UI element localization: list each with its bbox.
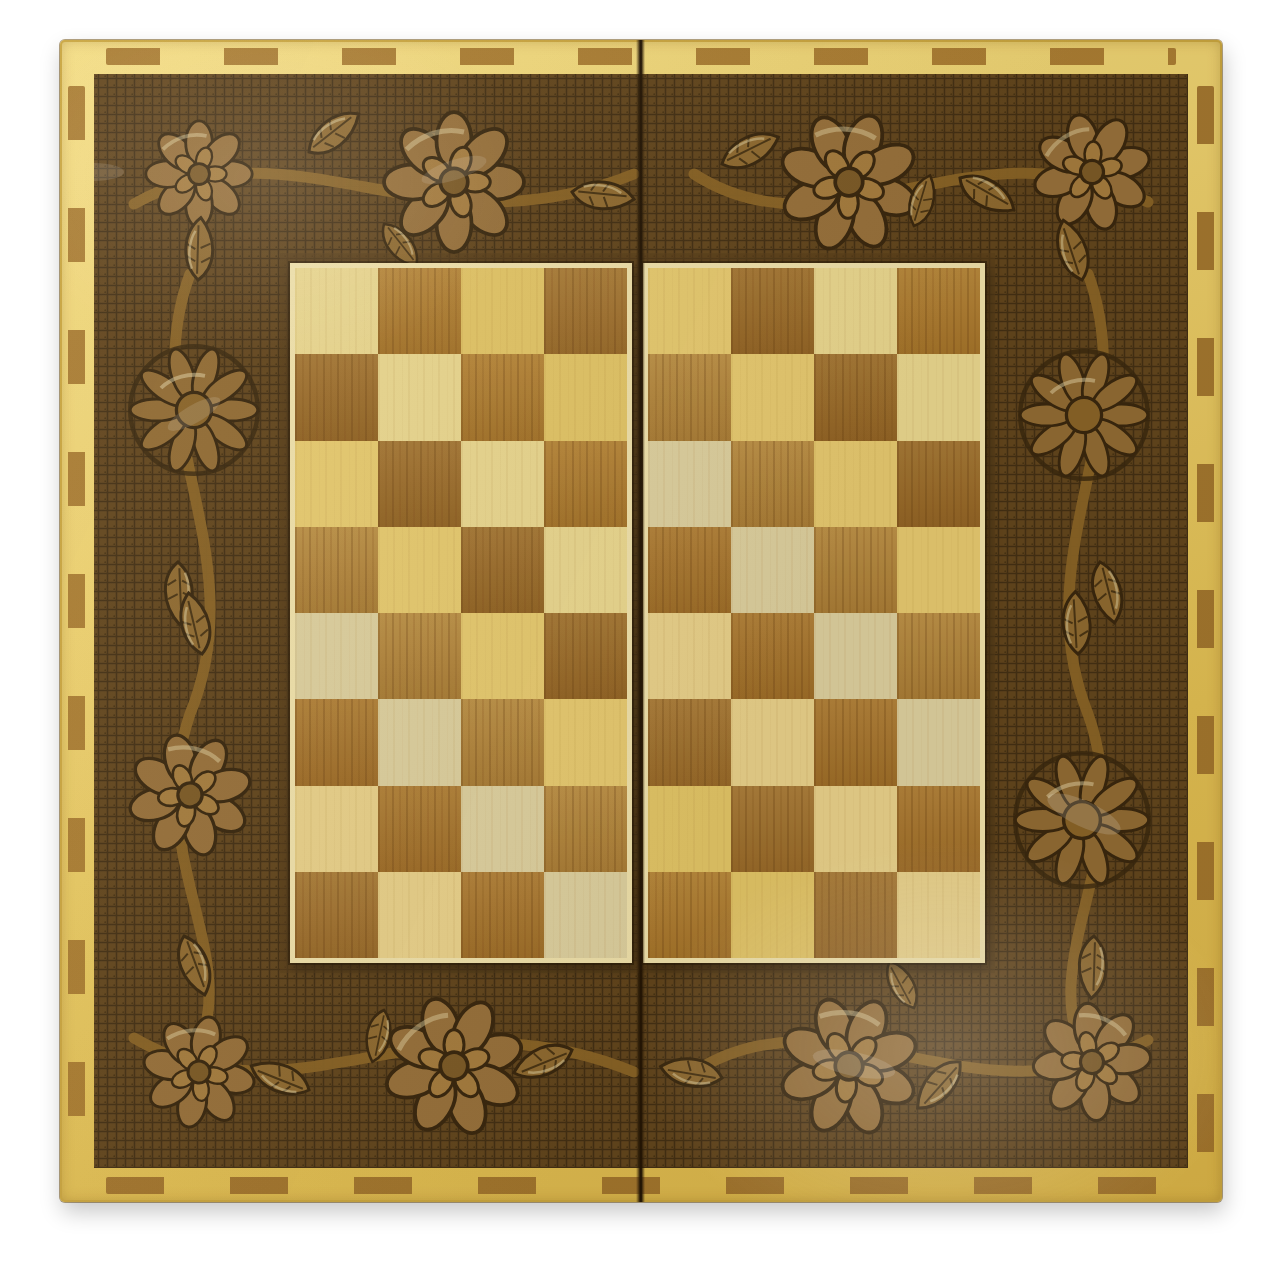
square-b4 — [378, 613, 461, 699]
square-b8 — [378, 268, 461, 354]
folding-chess-board — [60, 40, 1222, 1202]
square-c5 — [461, 527, 544, 613]
square-g6 — [814, 441, 897, 527]
square-g4 — [814, 613, 897, 699]
square-d5 — [544, 527, 627, 613]
square-e2 — [648, 786, 731, 872]
square-a4 — [295, 613, 378, 699]
square-h1 — [897, 872, 980, 958]
frame-inlay-dashes-right — [1197, 86, 1214, 1156]
square-f3 — [731, 699, 814, 785]
square-g1 — [814, 872, 897, 958]
square-e1 — [648, 872, 731, 958]
square-f6 — [731, 441, 814, 527]
square-a3 — [295, 699, 378, 785]
square-h6 — [897, 441, 980, 527]
square-g5 — [814, 527, 897, 613]
square-f1 — [731, 872, 814, 958]
square-d4 — [544, 613, 627, 699]
square-c1 — [461, 872, 544, 958]
square-e5 — [648, 527, 731, 613]
square-a2 — [295, 786, 378, 872]
square-f2 — [731, 786, 814, 872]
square-a5 — [295, 527, 378, 613]
flower-motif — [146, 121, 252, 227]
square-h4 — [897, 613, 980, 699]
board-half-right — [643, 263, 985, 963]
square-a6 — [295, 441, 378, 527]
square-f5 — [731, 527, 814, 613]
square-e3 — [648, 699, 731, 785]
fold-seam — [636, 40, 645, 1202]
square-d6 — [544, 441, 627, 527]
square-g2 — [814, 786, 897, 872]
square-e7 — [648, 354, 731, 440]
square-a7 — [295, 354, 378, 440]
square-e4 — [648, 613, 731, 699]
square-c7 — [461, 354, 544, 440]
square-g3 — [814, 699, 897, 785]
square-h2 — [897, 786, 980, 872]
square-h5 — [897, 527, 980, 613]
square-a8 — [295, 268, 378, 354]
square-d2 — [544, 786, 627, 872]
product-photo — [0, 0, 1280, 1280]
square-b2 — [378, 786, 461, 872]
square-e8 — [648, 268, 731, 354]
square-a1 — [295, 872, 378, 958]
square-f8 — [731, 268, 814, 354]
square-f4 — [731, 613, 814, 699]
square-c4 — [461, 613, 544, 699]
square-d8 — [544, 268, 627, 354]
square-d3 — [544, 699, 627, 785]
square-b7 — [378, 354, 461, 440]
square-d7 — [544, 354, 627, 440]
square-d1 — [544, 872, 627, 958]
square-f7 — [731, 354, 814, 440]
square-c6 — [461, 441, 544, 527]
square-c2 — [461, 786, 544, 872]
square-h7 — [897, 354, 980, 440]
square-b6 — [378, 441, 461, 527]
square-g7 — [814, 354, 897, 440]
square-b3 — [378, 699, 461, 785]
square-b5 — [378, 527, 461, 613]
square-c3 — [461, 699, 544, 785]
square-b1 — [378, 872, 461, 958]
square-h8 — [897, 268, 980, 354]
frame-inlay-dashes-left — [68, 86, 85, 1156]
square-c8 — [461, 268, 544, 354]
square-g8 — [814, 268, 897, 354]
square-e6 — [648, 441, 731, 527]
square-h3 — [897, 699, 980, 785]
board-half-left — [290, 263, 632, 963]
flower-motif — [384, 112, 524, 252]
